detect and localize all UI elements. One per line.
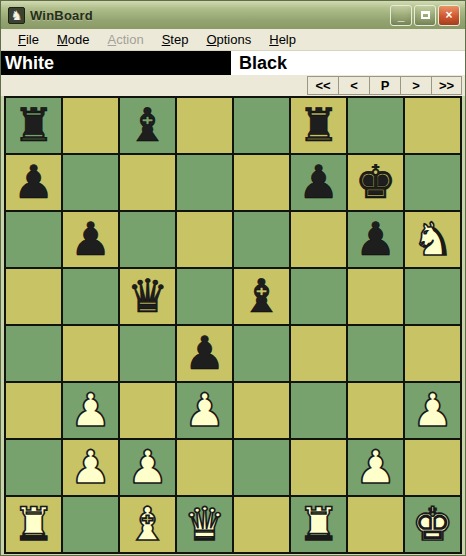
window-title: WinBoard (30, 8, 93, 23)
square-h6[interactable]: ♞ (405, 212, 460, 267)
close-icon: × (445, 8, 452, 22)
square-h8[interactable] (405, 98, 460, 153)
white-pawn[interactable]: ♟ (412, 383, 453, 438)
square-b6[interactable]: ♟ (63, 212, 118, 267)
black-pawn[interactable]: ♟ (13, 155, 54, 210)
square-h7[interactable] (405, 155, 460, 210)
square-g2[interactable]: ♟ (348, 440, 403, 495)
square-e2[interactable] (234, 440, 289, 495)
square-e4[interactable] (234, 326, 289, 381)
white-rook[interactable]: ♜ (298, 497, 339, 552)
square-h5[interactable] (405, 269, 460, 324)
black-player-field[interactable]: Black (239, 53, 287, 74)
square-b3[interactable]: ♟ (63, 383, 118, 438)
square-f5[interactable] (291, 269, 346, 324)
square-h3[interactable]: ♟ (405, 383, 460, 438)
chess-board: ♜♝♜♟♟♚♟♟♞♛♝♟♟♟♟♟♟♟♜♝♛♜♚ (4, 96, 462, 554)
square-d7[interactable] (177, 155, 232, 210)
square-d2[interactable] (177, 440, 232, 495)
square-b1[interactable] (63, 497, 118, 552)
menu-item-mode[interactable]: Mode (48, 30, 99, 49)
board-area: ♜♝♜♟♟♚♟♟♞♛♝♟♟♟♟♟♟♟♜♝♛♜♚ (1, 96, 465, 555)
square-c6[interactable] (120, 212, 175, 267)
square-a8[interactable]: ♜ (6, 98, 61, 153)
black-pawn[interactable]: ♟ (70, 212, 111, 267)
black-rook[interactable]: ♜ (298, 98, 339, 153)
rewind-to-start-button[interactable]: << (307, 76, 338, 95)
white-bishop[interactable]: ♝ (127, 497, 168, 552)
close-button[interactable]: × (438, 5, 460, 26)
square-a5[interactable] (6, 269, 61, 324)
square-d5[interactable] (177, 269, 232, 324)
white-queen[interactable]: ♛ (184, 497, 225, 552)
square-c4[interactable] (120, 326, 175, 381)
square-e8[interactable] (234, 98, 289, 153)
white-king[interactable]: ♚ (412, 497, 453, 552)
menu-item-file[interactable]: File (9, 30, 48, 49)
square-f4[interactable] (291, 326, 346, 381)
step-back-button[interactable]: < (338, 76, 369, 95)
black-pawn[interactable]: ♟ (184, 326, 225, 381)
white-pawn[interactable]: ♟ (70, 440, 111, 495)
square-h4[interactable] (405, 326, 460, 381)
square-c7[interactable] (120, 155, 175, 210)
menu-bar: FileModeActionStepOptionsHelp (1, 29, 465, 51)
menu-item-help[interactable]: Help (260, 30, 305, 49)
square-a4[interactable] (6, 326, 61, 381)
square-d4[interactable]: ♟ (177, 326, 232, 381)
square-b2[interactable]: ♟ (63, 440, 118, 495)
square-d8[interactable] (177, 98, 232, 153)
square-a3[interactable] (6, 383, 61, 438)
black-bishop[interactable]: ♝ (241, 269, 282, 324)
square-a2[interactable] (6, 440, 61, 495)
square-g8[interactable] (348, 98, 403, 153)
white-pawn[interactable]: ♟ (127, 440, 168, 495)
square-b4[interactable] (63, 326, 118, 381)
square-e7[interactable] (234, 155, 289, 210)
pause-button[interactable]: P (369, 76, 400, 95)
player-status-row: White Black (1, 51, 465, 75)
menu-item-action: Action (99, 30, 153, 49)
square-e5[interactable]: ♝ (234, 269, 289, 324)
title-bar[interactable]: ♞ WinBoard _ × (1, 1, 465, 29)
square-e1[interactable] (234, 497, 289, 552)
square-b8[interactable] (63, 98, 118, 153)
square-a7[interactable]: ♟ (6, 155, 61, 210)
white-rook[interactable]: ♜ (13, 497, 54, 552)
maximize-icon (421, 11, 430, 19)
square-h1[interactable]: ♚ (405, 497, 460, 552)
square-f3[interactable] (291, 383, 346, 438)
square-d6[interactable] (177, 212, 232, 267)
square-c5[interactable]: ♛ (120, 269, 175, 324)
forward-to-end-button[interactable]: >> (431, 76, 462, 95)
square-f2[interactable] (291, 440, 346, 495)
square-b5[interactable] (63, 269, 118, 324)
square-g7[interactable]: ♚ (348, 155, 403, 210)
white-to-move-field[interactable]: White (1, 51, 231, 75)
winboard-window: ♞ WinBoard _ × FileModeActionStepOptions… (0, 0, 466, 556)
game-navigation-row: <<<P>>> (1, 75, 465, 96)
minimize-button[interactable]: _ (390, 5, 412, 26)
square-c3[interactable] (120, 383, 175, 438)
black-bishop[interactable]: ♝ (127, 98, 168, 153)
black-pawn[interactable]: ♟ (298, 155, 339, 210)
white-pawn[interactable]: ♟ (355, 440, 396, 495)
square-e6[interactable] (234, 212, 289, 267)
square-c1[interactable]: ♝ (120, 497, 175, 552)
square-c8[interactable]: ♝ (120, 98, 175, 153)
square-e3[interactable] (234, 383, 289, 438)
minimize-icon: _ (398, 9, 405, 23)
white-pawn[interactable]: ♟ (70, 383, 111, 438)
square-f1[interactable]: ♜ (291, 497, 346, 552)
maximize-button[interactable] (414, 5, 436, 26)
knight-app-icon: ♞ (8, 7, 25, 24)
square-f8[interactable]: ♜ (291, 98, 346, 153)
square-g1[interactable] (348, 497, 403, 552)
step-forward-button[interactable]: > (400, 76, 431, 95)
square-g3[interactable] (348, 383, 403, 438)
square-d3[interactable]: ♟ (177, 383, 232, 438)
square-a6[interactable] (6, 212, 61, 267)
square-f6[interactable] (291, 212, 346, 267)
black-rook[interactable]: ♜ (13, 98, 54, 153)
menu-item-options[interactable]: Options (197, 30, 260, 49)
square-g6[interactable]: ♟ (348, 212, 403, 267)
square-g5[interactable] (348, 269, 403, 324)
square-a1[interactable]: ♜ (6, 497, 61, 552)
square-g4[interactable] (348, 326, 403, 381)
black-king[interactable]: ♚ (355, 155, 396, 210)
square-f7[interactable]: ♟ (291, 155, 346, 210)
square-h2[interactable] (405, 440, 460, 495)
square-b7[interactable] (63, 155, 118, 210)
white-knight[interactable]: ♞ (412, 212, 453, 267)
square-d1[interactable]: ♛ (177, 497, 232, 552)
black-queen[interactable]: ♛ (127, 269, 168, 324)
black-pawn[interactable]: ♟ (355, 212, 396, 267)
white-pawn[interactable]: ♟ (184, 383, 225, 438)
menu-item-step[interactable]: Step (153, 30, 198, 49)
square-c2[interactable]: ♟ (120, 440, 175, 495)
